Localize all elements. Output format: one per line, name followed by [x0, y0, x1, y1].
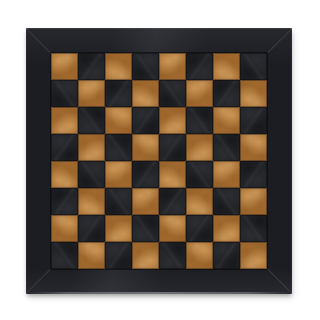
- square-g1: [213, 242, 240, 269]
- square-c7: [105, 80, 132, 107]
- square-d1: [132, 242, 159, 269]
- square-c2: [105, 215, 132, 242]
- square-a5: [51, 134, 78, 161]
- square-d5: [132, 134, 159, 161]
- square-c1: [105, 242, 132, 269]
- square-f4: [186, 161, 213, 188]
- square-e2: [159, 215, 186, 242]
- square-c4: [105, 161, 132, 188]
- square-e5: [159, 134, 186, 161]
- square-g4: [213, 161, 240, 188]
- square-b1: [78, 242, 105, 269]
- square-e6: [159, 107, 186, 134]
- square-e1: [159, 242, 186, 269]
- square-f1: [186, 242, 213, 269]
- square-g7: [213, 80, 240, 107]
- square-g5: [213, 134, 240, 161]
- square-f7: [186, 80, 213, 107]
- square-h7: [240, 80, 267, 107]
- photo-background: [0, 0, 320, 320]
- square-b5: [78, 134, 105, 161]
- square-a7: [51, 80, 78, 107]
- square-d4: [132, 161, 159, 188]
- square-h5: [240, 134, 267, 161]
- square-g2: [213, 215, 240, 242]
- square-d7: [132, 80, 159, 107]
- square-a4: [51, 161, 78, 188]
- frame-miter-bottom-right: [265, 267, 292, 294]
- square-a3: [51, 188, 78, 215]
- square-b7: [78, 80, 105, 107]
- square-c8: [105, 53, 132, 80]
- chess-board: [26, 28, 292, 294]
- square-b6: [78, 107, 105, 134]
- frame-miter-bottom-left: [26, 267, 53, 294]
- square-b4: [78, 161, 105, 188]
- frame-miter-top-right: [265, 28, 292, 55]
- square-f8: [186, 53, 213, 80]
- square-e7: [159, 80, 186, 107]
- square-a6: [51, 107, 78, 134]
- square-h4: [240, 161, 267, 188]
- square-f3: [186, 188, 213, 215]
- square-c6: [105, 107, 132, 134]
- square-c3: [105, 188, 132, 215]
- square-f5: [186, 134, 213, 161]
- square-f6: [186, 107, 213, 134]
- square-h1: [240, 242, 267, 269]
- square-a8: [51, 53, 78, 80]
- square-h3: [240, 188, 267, 215]
- square-b2: [78, 215, 105, 242]
- board-grid: [51, 53, 267, 269]
- frame-miter-top-left: [26, 28, 53, 55]
- square-h8: [240, 53, 267, 80]
- square-e3: [159, 188, 186, 215]
- square-h6: [240, 107, 267, 134]
- square-g6: [213, 107, 240, 134]
- square-b8: [78, 53, 105, 80]
- square-e8: [159, 53, 186, 80]
- square-d6: [132, 107, 159, 134]
- square-b3: [78, 188, 105, 215]
- square-g3: [213, 188, 240, 215]
- square-f2: [186, 215, 213, 242]
- square-d2: [132, 215, 159, 242]
- square-d3: [132, 188, 159, 215]
- square-a1: [51, 242, 78, 269]
- square-e4: [159, 161, 186, 188]
- square-d8: [132, 53, 159, 80]
- square-h2: [240, 215, 267, 242]
- square-g8: [213, 53, 240, 80]
- square-a2: [51, 215, 78, 242]
- square-c5: [105, 134, 132, 161]
